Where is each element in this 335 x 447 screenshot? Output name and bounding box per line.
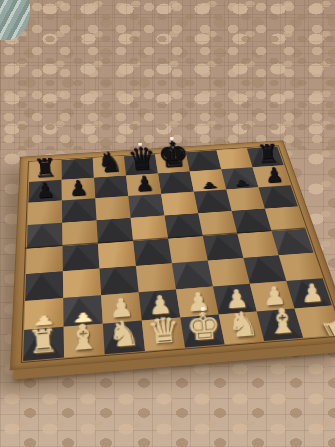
square-g4 [237,231,278,258]
board-grid: ♜♞♛♚♜♟♟♟♟♟♟♟♟♟♟♟♟♟♟♜♝♞♛♚♞♝♜ [23,146,335,360]
black-pawn: ♟ [264,165,284,187]
square-a3 [25,271,63,301]
white-bishop: ♝ [66,319,100,356]
white-queen: ♛ [147,312,181,350]
ivory-finial [200,305,205,311]
square-b3 [63,269,101,299]
square-d6 [128,194,164,218]
black-knight: ♞ [96,148,123,177]
square-a4 [26,246,63,274]
square-c8: ♞ [93,156,126,177]
square-a6 [28,201,63,225]
square-e6 [161,192,198,216]
square-c6 [95,196,130,220]
square-f4 [203,234,244,261]
square-h1: ♜ [294,305,335,337]
square-d5 [131,216,168,242]
square-e3 [172,261,213,290]
ivory-finial [138,141,142,146]
square-a7: ♟ [28,180,62,203]
square-f7: ♟ [190,169,227,191]
square-b6 [62,198,97,222]
white-rook: ♜ [27,325,59,360]
square-e8: ♚ [155,152,190,173]
white-pawn: ♟ [300,280,324,307]
chessboard: ♜♞♛♚♜♟♟♟♟♟♟♟♟♟♟♟♟♟♟♜♝♞♛♚♞♝♜ [10,140,335,370]
square-e4 [168,236,208,263]
square-h3 [279,253,323,281]
square-f3 [208,258,250,287]
square-d3 [136,263,176,292]
square-f5 [198,211,237,236]
square-f1: ♞ [219,311,264,344]
black-pawn: ♟ [134,173,154,195]
black-pawn: ♟ [34,180,54,202]
square-b7: ♟ [62,178,96,201]
square-c4 [98,241,136,268]
square-g1: ♝ [257,308,304,341]
square-b4 [63,244,100,272]
square-h6 [259,185,298,208]
square-a5 [27,223,63,249]
chessboard-wrapper: ♜♞♛♚♜♟♟♟♟♟♟♟♟♟♟♟♟♟♟♜♝♞♛♚♞♝♜ [6,116,328,360]
white-rook: ♜ [316,308,335,348]
square-d4 [133,239,172,266]
square-f6 [194,190,232,214]
square-d1: ♛ [142,317,185,350]
ivory-finial [169,135,173,140]
square-h4 [272,229,314,256]
dark-finial [160,314,165,318]
square-a1: ♜ [23,327,64,361]
white-king: ♚ [185,306,221,346]
square-e7 [158,171,194,193]
square-e1: ♚ [180,314,224,347]
square-c5 [97,218,134,244]
square-h7: ♟ [253,165,291,187]
square-c7 [94,176,128,199]
black-pawn: ♟ [231,178,251,188]
black-king: ♚ [156,136,189,173]
square-g3 [243,255,286,283]
square-d7: ♟ [126,173,161,196]
white-knight: ♞ [107,316,140,353]
black-pawn: ♟ [199,181,219,191]
black-pawn: ♟ [68,177,88,199]
square-e5 [165,213,203,238]
square-c3 [99,266,138,295]
square-b1: ♝ [64,324,105,358]
square-f8 [186,150,221,171]
square-c1: ♞ [103,321,145,355]
white-knight: ♞ [227,307,260,344]
white-bishop: ♝ [266,303,298,339]
black-queen: ♛ [126,142,156,175]
